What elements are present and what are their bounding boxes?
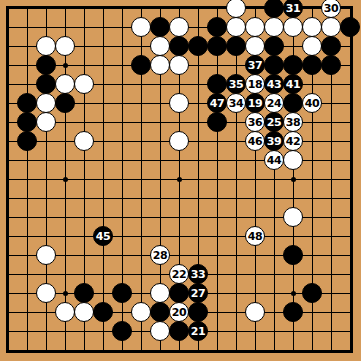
white-stone xyxy=(36,245,56,265)
white-stone xyxy=(245,17,265,37)
white-stone: 34 xyxy=(226,93,246,113)
black-stone xyxy=(112,283,132,303)
star-point xyxy=(177,177,182,182)
move-number-label: 36 xyxy=(248,117,262,128)
move-number-label: 21 xyxy=(191,326,205,337)
white-stone xyxy=(36,36,56,56)
black-stone xyxy=(207,17,227,37)
move-number-label: 44 xyxy=(267,155,281,166)
move-number-label: 43 xyxy=(267,79,281,90)
black-stone xyxy=(226,36,246,56)
move-number-label: 47 xyxy=(210,98,224,109)
black-stone: 47 xyxy=(207,93,227,113)
black-stone xyxy=(302,283,322,303)
white-stone: 44 xyxy=(264,150,284,170)
white-stone xyxy=(283,150,303,170)
star-point xyxy=(291,177,296,182)
black-stone: 33 xyxy=(188,264,208,284)
white-stone xyxy=(36,283,56,303)
black-stone xyxy=(188,36,208,56)
star-point xyxy=(291,291,296,296)
white-stone xyxy=(74,302,94,322)
black-stone xyxy=(17,131,37,151)
black-stone: 25 xyxy=(264,112,284,132)
black-stone xyxy=(150,302,170,322)
black-stone xyxy=(169,321,189,341)
move-number-label: 27 xyxy=(191,288,205,299)
black-stone: 41 xyxy=(283,74,303,94)
move-number-label: 42 xyxy=(286,136,300,147)
white-stone xyxy=(74,131,94,151)
white-stone xyxy=(245,302,265,322)
black-stone: 39 xyxy=(264,131,284,151)
black-stone xyxy=(207,36,227,56)
white-stone xyxy=(55,302,75,322)
black-stone xyxy=(169,36,189,56)
move-number-label: 31 xyxy=(286,3,300,14)
white-stone: 42 xyxy=(283,131,303,151)
black-stone xyxy=(131,55,151,75)
white-stone xyxy=(302,36,322,56)
black-stone xyxy=(55,93,75,113)
white-stone: 48 xyxy=(245,226,265,246)
black-stone xyxy=(283,302,303,322)
white-stone xyxy=(245,36,265,56)
white-stone xyxy=(321,17,341,37)
black-stone xyxy=(321,55,341,75)
move-number-label: 46 xyxy=(248,136,262,147)
black-stone: 45 xyxy=(93,226,113,246)
black-stone xyxy=(283,55,303,75)
white-stone xyxy=(55,36,75,56)
black-stone xyxy=(264,36,284,56)
white-stone xyxy=(55,74,75,94)
white-stone xyxy=(283,207,303,227)
move-number-label: 37 xyxy=(248,60,262,71)
white-stone: 38 xyxy=(283,112,303,132)
move-number-label: 34 xyxy=(229,98,243,109)
white-stone: 46 xyxy=(245,131,265,151)
black-stone: 21 xyxy=(188,321,208,341)
move-number-label: 24 xyxy=(267,98,281,109)
black-stone xyxy=(36,74,56,94)
white-stone xyxy=(150,283,170,303)
black-stone: 35 xyxy=(226,74,246,94)
white-stone xyxy=(169,17,189,37)
move-number-label: 28 xyxy=(153,250,167,261)
black-stone xyxy=(340,17,360,37)
black-stone xyxy=(264,55,284,75)
black-stone xyxy=(283,93,303,113)
move-number-label: 38 xyxy=(286,117,300,128)
black-stone xyxy=(283,245,303,265)
white-stone xyxy=(169,131,189,151)
move-number-label: 19 xyxy=(248,98,262,109)
move-number-label: 45 xyxy=(96,231,110,242)
white-stone xyxy=(150,321,170,341)
white-stone xyxy=(226,17,246,37)
black-stone: 37 xyxy=(245,55,265,75)
black-stone xyxy=(150,17,170,37)
star-point xyxy=(63,63,68,68)
move-number-label: 18 xyxy=(248,79,262,90)
move-number-label: 25 xyxy=(267,117,281,128)
white-stone: 24 xyxy=(264,93,284,113)
move-number-label: 48 xyxy=(248,231,262,242)
black-stone xyxy=(74,283,94,303)
white-stone: 40 xyxy=(302,93,322,113)
black-stone: 19 xyxy=(245,93,265,113)
black-stone xyxy=(17,112,37,132)
black-stone xyxy=(207,74,227,94)
star-point xyxy=(63,177,68,182)
black-stone xyxy=(17,93,37,113)
move-number-label: 22 xyxy=(172,269,186,280)
white-stone xyxy=(131,302,151,322)
black-stone xyxy=(321,36,341,56)
white-stone: 22 xyxy=(169,264,189,284)
move-number-label: 41 xyxy=(286,79,300,90)
black-stone xyxy=(169,283,189,303)
black-stone xyxy=(36,55,56,75)
black-stone xyxy=(207,112,227,132)
move-number-label: 20 xyxy=(172,307,186,318)
black-stone xyxy=(93,302,113,322)
white-stone: 18 xyxy=(245,74,265,94)
white-stone xyxy=(74,74,94,94)
star-point xyxy=(63,291,68,296)
white-stone xyxy=(302,17,322,37)
white-stone xyxy=(150,36,170,56)
move-number-label: 40 xyxy=(305,98,319,109)
white-stone xyxy=(169,55,189,75)
white-stone xyxy=(264,17,284,37)
white-stone xyxy=(36,112,56,132)
black-stone xyxy=(302,55,322,75)
black-stone: 43 xyxy=(264,74,284,94)
black-stone xyxy=(188,302,208,322)
white-stone xyxy=(131,17,151,37)
black-stone: 27 xyxy=(188,283,208,303)
white-stone xyxy=(36,93,56,113)
move-number-label: 33 xyxy=(191,269,205,280)
white-stone xyxy=(169,93,189,113)
white-stone: 36 xyxy=(245,112,265,132)
go-board-diagram: 3130373518434147341924403625384639424445… xyxy=(0,0,361,361)
move-number-label: 39 xyxy=(267,136,281,147)
black-stone xyxy=(112,321,132,341)
white-stone xyxy=(150,55,170,75)
white-stone: 28 xyxy=(150,245,170,265)
white-stone: 20 xyxy=(169,302,189,322)
move-number-label: 35 xyxy=(229,79,243,90)
white-stone xyxy=(283,17,303,37)
move-number-label: 30 xyxy=(324,3,338,14)
